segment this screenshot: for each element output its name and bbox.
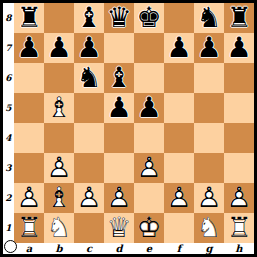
square-a7[interactable]: ♟ xyxy=(14,33,44,63)
white-pawn-piece[interactable]: ♟♙ xyxy=(104,183,134,213)
piece-outline-layer: ♖ xyxy=(14,213,44,243)
piece-glyph: ♛ xyxy=(104,3,134,33)
white-pawn-piece[interactable]: ♟♙ xyxy=(134,153,164,183)
square-f6[interactable] xyxy=(164,63,194,93)
rank-label-1: 1 xyxy=(3,213,14,243)
piece-glyph: ♟ xyxy=(224,33,254,63)
piece-outline-layer: ♕ xyxy=(104,213,134,243)
square-e1[interactable]: ♚♔ xyxy=(134,213,164,243)
white-rook-piece[interactable]: ♜♖ xyxy=(224,213,254,243)
square-b4[interactable] xyxy=(44,123,74,153)
file-label-e: e xyxy=(134,243,164,254)
square-h6[interactable] xyxy=(224,63,254,93)
piece-glyph: ♚ xyxy=(134,3,164,33)
square-g4[interactable] xyxy=(194,123,224,153)
square-h3[interactable] xyxy=(224,153,254,183)
square-g5[interactable] xyxy=(194,93,224,123)
square-c3[interactable] xyxy=(74,153,104,183)
black-pawn-piece[interactable]: ♟ xyxy=(74,33,104,63)
file-label-d: d xyxy=(104,243,134,254)
square-b6[interactable] xyxy=(44,63,74,93)
square-f1[interactable] xyxy=(164,213,194,243)
square-a6[interactable] xyxy=(14,63,44,93)
rank-label-8: 8 xyxy=(3,3,14,33)
square-h7[interactable]: ♟ xyxy=(224,33,254,63)
square-b1[interactable]: ♞♘ xyxy=(44,213,74,243)
square-d5[interactable]: ♟ xyxy=(104,93,134,123)
white-bishop-piece[interactable]: ♝♗ xyxy=(44,93,74,123)
piece-outline-layer: ♙ xyxy=(44,153,74,183)
white-queen-piece[interactable]: ♛♕ xyxy=(104,213,134,243)
square-b3[interactable]: ♟♙ xyxy=(44,153,74,183)
file-label-h: h xyxy=(224,243,254,254)
square-h5[interactable] xyxy=(224,93,254,123)
piece-outline-layer: ♖ xyxy=(224,213,254,243)
square-e5[interactable]: ♟ xyxy=(134,93,164,123)
white-knight-piece[interactable]: ♞♘ xyxy=(44,213,74,243)
square-d1[interactable]: ♛♕ xyxy=(104,213,134,243)
square-h4[interactable] xyxy=(224,123,254,153)
chess-diagram: 87654321 ♜♝♛♚♞♜♟♟♟♟♟♟♞♝♝♗♟♟♟♙♟♙♟♙♝♗♟♙♟♙♟… xyxy=(0,0,257,257)
white-king-piece[interactable]: ♚♔ xyxy=(134,213,164,243)
square-g1[interactable]: ♞♘ xyxy=(194,213,224,243)
piece-glyph: ♜ xyxy=(224,3,254,33)
piece-glyph: ♞ xyxy=(194,3,224,33)
square-d7[interactable] xyxy=(104,33,134,63)
black-king-piece[interactable]: ♚ xyxy=(134,3,164,33)
square-c5[interactable] xyxy=(74,93,104,123)
file-label-f: f xyxy=(164,243,194,254)
square-a4[interactable] xyxy=(14,123,44,153)
square-f2[interactable]: ♟♙ xyxy=(164,183,194,213)
file-label-a: a xyxy=(14,243,44,254)
square-g6[interactable] xyxy=(194,63,224,93)
square-h8[interactable]: ♜ xyxy=(224,3,254,33)
square-c1[interactable] xyxy=(74,213,104,243)
white-pawn-piece[interactable]: ♟♙ xyxy=(164,183,194,213)
white-rook-piece[interactable]: ♜♖ xyxy=(14,213,44,243)
square-b7[interactable]: ♟ xyxy=(44,33,74,63)
piece-outline-layer: ♙ xyxy=(164,183,194,213)
square-e3[interactable]: ♟♙ xyxy=(134,153,164,183)
piece-glyph: ♝ xyxy=(74,3,104,33)
square-e8[interactable]: ♚ xyxy=(134,3,164,33)
square-e6[interactable] xyxy=(134,63,164,93)
piece-glyph: ♟ xyxy=(194,33,224,63)
black-rook-piece[interactable]: ♜ xyxy=(14,3,44,33)
square-b5[interactable]: ♝♗ xyxy=(44,93,74,123)
rank-label-4: 4 xyxy=(3,123,14,153)
rank-label-6: 6 xyxy=(3,63,14,93)
piece-glyph: ♟ xyxy=(74,33,104,63)
square-g2[interactable]: ♟♙ xyxy=(194,183,224,213)
piece-glyph: ♟ xyxy=(164,33,194,63)
square-f4[interactable] xyxy=(164,123,194,153)
square-d4[interactable] xyxy=(104,123,134,153)
black-pawn-piece[interactable]: ♟ xyxy=(104,93,134,123)
white-to-move-indicator xyxy=(4,240,17,253)
square-c7[interactable]: ♟ xyxy=(74,33,104,63)
square-h1[interactable]: ♜♖ xyxy=(224,213,254,243)
piece-outline-layer: ♗ xyxy=(44,93,74,123)
piece-outline-layer: ♙ xyxy=(194,183,224,213)
white-bishop-piece[interactable]: ♝♗ xyxy=(44,183,74,213)
square-a1[interactable]: ♜♖ xyxy=(14,213,44,243)
file-label-c: c xyxy=(74,243,104,254)
piece-glyph: ♟ xyxy=(14,33,44,63)
white-pawn-piece[interactable]: ♟♙ xyxy=(224,183,254,213)
piece-glyph: ♜ xyxy=(14,3,44,33)
black-bishop-piece[interactable]: ♝ xyxy=(104,63,134,93)
white-pawn-piece[interactable]: ♟♙ xyxy=(14,183,44,213)
black-rook-piece[interactable]: ♜ xyxy=(224,3,254,33)
square-e2[interactable] xyxy=(134,183,164,213)
square-g7[interactable]: ♟ xyxy=(194,33,224,63)
square-e4[interactable] xyxy=(134,123,164,153)
piece-outline-layer: ♗ xyxy=(44,183,74,213)
file-label-g: g xyxy=(194,243,224,254)
square-h2[interactable]: ♟♙ xyxy=(224,183,254,213)
black-pawn-piece[interactable]: ♟ xyxy=(44,33,74,63)
black-pawn-piece[interactable]: ♟ xyxy=(224,33,254,63)
square-a3[interactable] xyxy=(14,153,44,183)
square-c6[interactable]: ♞ xyxy=(74,63,104,93)
rank-label-7: 7 xyxy=(3,33,14,63)
piece-outline-layer: ♙ xyxy=(74,183,104,213)
white-knight-piece[interactable]: ♞♘ xyxy=(194,213,224,243)
piece-glyph: ♟ xyxy=(104,93,134,123)
white-pawn-piece[interactable]: ♟♙ xyxy=(194,183,224,213)
black-knight-piece[interactable]: ♞ xyxy=(194,3,224,33)
piece-outline-layer: ♘ xyxy=(194,213,224,243)
square-a8[interactable]: ♜ xyxy=(14,3,44,33)
file-label-b: b xyxy=(44,243,74,254)
square-d6[interactable]: ♝ xyxy=(104,63,134,93)
white-pawn-piece[interactable]: ♟♙ xyxy=(74,183,104,213)
black-knight-piece[interactable]: ♞ xyxy=(74,63,104,93)
black-pawn-piece[interactable]: ♟ xyxy=(164,33,194,63)
square-a5[interactable] xyxy=(14,93,44,123)
piece-outline-layer: ♘ xyxy=(44,213,74,243)
black-bishop-piece[interactable]: ♝ xyxy=(74,3,104,33)
chess-board: ♜♝♛♚♞♜♟♟♟♟♟♟♞♝♝♗♟♟♟♙♟♙♟♙♝♗♟♙♟♙♟♙♟♙♟♙♜♖♞♘… xyxy=(14,3,254,243)
square-f7[interactable]: ♟ xyxy=(164,33,194,63)
black-queen-piece[interactable]: ♛ xyxy=(104,3,134,33)
white-pawn-piece[interactable]: ♟♙ xyxy=(44,153,74,183)
square-d8[interactable]: ♛ xyxy=(104,3,134,33)
piece-outline-layer: ♙ xyxy=(104,183,134,213)
rank-label-3: 3 xyxy=(3,153,14,183)
piece-outline-layer: ♙ xyxy=(134,153,164,183)
black-pawn-piece[interactable]: ♟ xyxy=(14,33,44,63)
square-f5[interactable] xyxy=(164,93,194,123)
black-pawn-piece[interactable]: ♟ xyxy=(194,33,224,63)
rank-labels: 87654321 xyxy=(3,3,14,243)
file-labels: abcdefgh xyxy=(14,243,254,254)
square-a2[interactable]: ♟♙ xyxy=(14,183,44,213)
piece-glyph: ♟ xyxy=(134,93,164,123)
square-e7[interactable] xyxy=(134,33,164,63)
square-c8[interactable]: ♝ xyxy=(74,3,104,33)
black-pawn-piece[interactable]: ♟ xyxy=(134,93,164,123)
square-b8[interactable] xyxy=(44,3,74,33)
square-b2[interactable]: ♝♗ xyxy=(44,183,74,213)
piece-outline-layer: ♙ xyxy=(224,183,254,213)
square-f3[interactable] xyxy=(164,153,194,183)
square-c4[interactable] xyxy=(74,123,104,153)
rank-label-2: 2 xyxy=(3,183,14,213)
piece-glyph: ♟ xyxy=(44,33,74,63)
square-c2[interactable]: ♟♙ xyxy=(74,183,104,213)
rank-label-5: 5 xyxy=(3,93,14,123)
square-g3[interactable] xyxy=(194,153,224,183)
square-d2[interactable]: ♟♙ xyxy=(104,183,134,213)
square-d3[interactable] xyxy=(104,153,134,183)
piece-glyph: ♝ xyxy=(104,63,134,93)
piece-outline-layer: ♔ xyxy=(134,213,164,243)
piece-glyph: ♞ xyxy=(74,63,104,93)
piece-outline-layer: ♙ xyxy=(14,183,44,213)
square-f8[interactable] xyxy=(164,3,194,33)
square-g8[interactable]: ♞ xyxy=(194,3,224,33)
